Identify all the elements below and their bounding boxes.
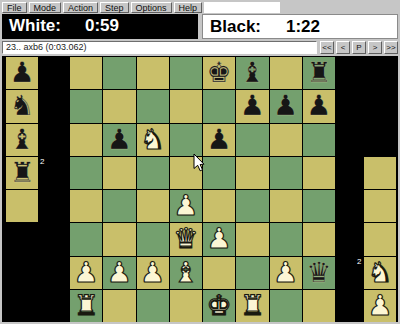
piece-black-bishop: ♝ <box>10 126 35 154</box>
square-e4[interactable] <box>203 190 235 222</box>
square-d1[interactable] <box>170 290 202 322</box>
square-g7[interactable]: ♟ <box>270 90 302 122</box>
square-d7[interactable] <box>170 90 202 122</box>
piece-black-pawn: ♟ <box>207 126 232 154</box>
square-g2[interactable]: ♟ <box>270 257 302 289</box>
square-f7[interactable]: ♟ <box>236 90 268 122</box>
piece-white-pawn: ♟ <box>273 259 298 287</box>
square-b5[interactable] <box>103 157 135 189</box>
mouse-cursor <box>193 153 205 172</box>
square-e7[interactable] <box>203 90 235 122</box>
square-c1[interactable] <box>137 290 169 322</box>
piece-black-king: ♚ <box>207 59 232 87</box>
square-c7[interactable] <box>137 90 169 122</box>
piece-black-queen: ♛ <box>306 259 331 287</box>
square-a1[interactable]: ♜ <box>70 290 102 322</box>
piece-white-pawn: ♟ <box>140 259 165 287</box>
square-e8[interactable]: ♚ <box>203 57 235 89</box>
square-a5[interactable] <box>70 157 102 189</box>
piece-white-knight: ♞ <box>140 126 165 154</box>
black-clock[interactable]: Black:1:22 <box>202 14 398 39</box>
piece-white-pawn: ♟ <box>74 259 99 287</box>
holding-white-knight[interactable]: ♞ <box>364 257 396 289</box>
clock-bar: White:0:59 Black:1:22 <box>0 13 400 40</box>
piece-black-rook: ♜ <box>306 59 331 87</box>
piece-white-pawn: ♟ <box>173 192 198 220</box>
square-g6[interactable] <box>270 124 302 156</box>
square-d3[interactable]: ♛ <box>170 223 202 255</box>
square-g8[interactable] <box>270 57 302 89</box>
square-g5[interactable] <box>270 157 302 189</box>
square-d8[interactable] <box>170 57 202 89</box>
square-f8[interactable]: ♝ <box>236 57 268 89</box>
step-back-button[interactable]: < <box>336 41 350 54</box>
square-h7[interactable]: ♟ <box>303 90 335 122</box>
move-message: 23.. axb6 (0:03.062) <box>2 41 317 54</box>
piece-white-knight: ♞ <box>368 259 393 287</box>
square-d4[interactable]: ♟ <box>170 190 202 222</box>
menu-action[interactable]: Action <box>63 2 98 13</box>
square-a4[interactable] <box>70 190 102 222</box>
square-e6[interactable]: ♟ <box>203 124 235 156</box>
xboard-window: FileModeActionStepOptionsHelp White:0:59… <box>0 0 400 324</box>
holding-empty-slot[interactable] <box>364 223 396 255</box>
piece-black-bishop: ♝ <box>240 59 265 87</box>
black-clock-time: 1:22 <box>286 17 320 36</box>
menu-help[interactable]: Help <box>174 2 203 13</box>
piece-black-pawn: ♟ <box>107 126 132 154</box>
piece-black-pawn: ♟ <box>273 92 298 120</box>
piece-black-pawn: ♟ <box>306 92 331 120</box>
square-b3[interactable] <box>103 223 135 255</box>
board-area: ♚♝♜♟♟♟♟♞♟♟♛♟♟♟♟♝♟♛♜♚♜ ♟♞♝♜2♞2♟ <box>0 56 400 324</box>
square-f2[interactable] <box>236 257 268 289</box>
square-a6[interactable] <box>70 124 102 156</box>
square-g4[interactable] <box>270 190 302 222</box>
piece-black-pawn: ♟ <box>10 59 35 87</box>
square-f4[interactable] <box>236 190 268 222</box>
square-c5[interactable] <box>137 157 169 189</box>
square-b2[interactable]: ♟ <box>103 257 135 289</box>
square-g3[interactable] <box>270 223 302 255</box>
black-clock-label: Black: <box>210 15 286 39</box>
square-b1[interactable] <box>103 290 135 322</box>
square-f1[interactable]: ♜ <box>236 290 268 322</box>
piece-white-pawn: ♟ <box>368 292 393 320</box>
holding-empty-slot[interactable] <box>364 190 396 222</box>
piece-white-queen: ♛ <box>173 225 198 253</box>
pause-button[interactable]: P <box>352 41 366 54</box>
square-a8[interactable] <box>70 57 102 89</box>
holding-empty-slot[interactable] <box>364 157 396 189</box>
holding-empty-slot[interactable] <box>6 190 38 222</box>
nav-buttons: <<<P>>> <box>320 41 398 54</box>
holding-black-knight[interactable]: ♞ <box>6 90 38 122</box>
fast-forward-button[interactable]: >> <box>384 41 398 54</box>
square-h2[interactable]: ♛ <box>303 257 335 289</box>
menu-step[interactable]: Step <box>100 2 129 13</box>
chess-board: ♚♝♜♟♟♟♟♞♟♟♛♟♟♟♟♝♟♛♜♚♜ <box>70 57 335 322</box>
piece-white-bishop: ♝ <box>173 259 198 287</box>
square-b8[interactable] <box>103 57 135 89</box>
white-clock-label: White: <box>9 14 85 38</box>
holding-black-rook[interactable]: ♜ <box>6 157 38 189</box>
status-bar: 23.. axb6 (0:03.062) <<<P>>> <box>0 40 400 56</box>
square-e1[interactable]: ♚ <box>203 290 235 322</box>
square-h8[interactable]: ♜ <box>303 57 335 89</box>
square-f6[interactable] <box>236 124 268 156</box>
piece-black-knight: ♞ <box>10 92 35 120</box>
menu-options[interactable]: Options <box>131 2 172 13</box>
square-e3[interactable]: ♟ <box>203 223 235 255</box>
square-b6[interactable]: ♟ <box>103 124 135 156</box>
white-clock-time: 0:59 <box>85 16 119 35</box>
holding-count-white-knight: 2 <box>357 258 361 266</box>
holding-black-bishop[interactable]: ♝ <box>6 124 38 156</box>
square-b4[interactable] <box>103 190 135 222</box>
square-d6[interactable] <box>170 124 202 156</box>
square-h3[interactable] <box>303 223 335 255</box>
piece-white-pawn: ♟ <box>207 225 232 253</box>
piece-black-pawn: ♟ <box>240 92 265 120</box>
menu-file[interactable]: File <box>2 2 27 13</box>
piece-black-rook: ♜ <box>10 159 35 187</box>
menu-message-area <box>204 2 280 13</box>
holding-white-pawn[interactable]: ♟ <box>364 290 396 322</box>
square-a7[interactable] <box>70 90 102 122</box>
square-h6[interactable] <box>303 124 335 156</box>
holding-count-black-rook: 2 <box>40 158 44 166</box>
square-b7[interactable] <box>103 90 135 122</box>
square-e5[interactable] <box>203 157 235 189</box>
square-f5[interactable] <box>236 157 268 189</box>
square-e2[interactable] <box>203 257 235 289</box>
square-a3[interactable] <box>70 223 102 255</box>
piece-white-rook: ♜ <box>74 292 99 320</box>
square-h5[interactable] <box>303 157 335 189</box>
square-a2[interactable]: ♟ <box>70 257 102 289</box>
square-c8[interactable] <box>137 57 169 89</box>
square-c4[interactable] <box>137 190 169 222</box>
square-c2[interactable]: ♟ <box>137 257 169 289</box>
square-c3[interactable] <box>137 223 169 255</box>
holding-black-pawn[interactable]: ♟ <box>6 57 38 89</box>
square-h4[interactable] <box>303 190 335 222</box>
piece-white-rook: ♜ <box>240 292 265 320</box>
step-forward-button[interactable]: > <box>368 41 382 54</box>
piece-white-king: ♚ <box>207 292 232 320</box>
square-g1[interactable] <box>270 290 302 322</box>
rewind-button[interactable]: << <box>320 41 334 54</box>
piece-white-pawn: ♟ <box>107 259 132 287</box>
square-c6[interactable]: ♞ <box>137 124 169 156</box>
white-clock[interactable]: White:0:59 <box>2 14 198 39</box>
square-d2[interactable]: ♝ <box>170 257 202 289</box>
menu-mode[interactable]: Mode <box>29 2 62 13</box>
menu-bar: FileModeActionStepOptionsHelp <box>0 0 400 13</box>
square-f3[interactable] <box>236 223 268 255</box>
square-h1[interactable] <box>303 290 335 322</box>
